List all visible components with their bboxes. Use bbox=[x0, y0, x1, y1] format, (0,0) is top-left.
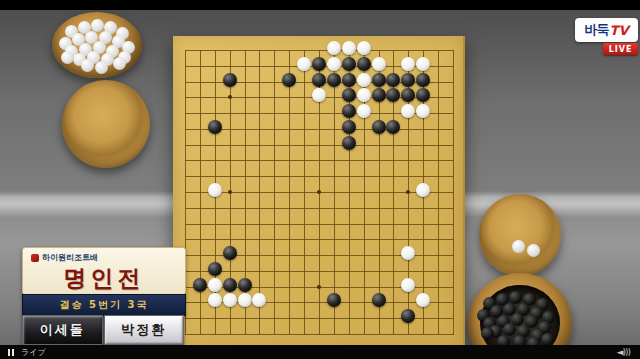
grid-line bbox=[185, 208, 454, 209]
grid-line bbox=[438, 50, 439, 335]
player-right-nameplate: 박정환 bbox=[104, 315, 185, 345]
white-stone bbox=[327, 57, 341, 71]
grid-line bbox=[334, 50, 335, 335]
channel-logo-tv: TV bbox=[610, 23, 629, 38]
video-surface[interactable]: 바둑TV LIVE 하이원리조트배 명인전 결승 5번기 3국 이세돌 박정환 bbox=[0, 10, 640, 345]
white-stone bbox=[357, 104, 371, 118]
black-stone-in-bowl bbox=[527, 337, 540, 345]
white-stone bbox=[357, 41, 371, 55]
channel-logo-korean: 바둑 bbox=[585, 21, 609, 39]
volume-icon[interactable]: ◄))) bbox=[617, 347, 630, 357]
white-stone-in-bowl bbox=[527, 244, 540, 257]
black-stone bbox=[416, 88, 430, 102]
white-stone-in-bowl bbox=[95, 61, 108, 74]
right-bowl-lid bbox=[479, 194, 561, 276]
black-stone bbox=[327, 73, 341, 87]
black-stone bbox=[357, 57, 371, 71]
round-info: 결승 5번기 3국 bbox=[22, 294, 186, 316]
white-stone bbox=[297, 57, 311, 71]
black-stone bbox=[223, 246, 237, 260]
black-stone-in-bowl bbox=[481, 327, 494, 340]
black-stone bbox=[312, 73, 326, 87]
tournament-title: 명인전 bbox=[23, 263, 185, 294]
white-stone bbox=[208, 183, 222, 197]
go-board bbox=[173, 36, 465, 345]
black-stone bbox=[342, 57, 356, 71]
black-stone bbox=[327, 293, 341, 307]
star-point bbox=[406, 190, 410, 194]
black-stone bbox=[386, 73, 400, 87]
black-stone bbox=[312, 57, 326, 71]
black-stone bbox=[238, 278, 252, 292]
video-player-bar: ライブ ◄))) bbox=[0, 345, 640, 359]
black-stone bbox=[223, 73, 237, 87]
player-nameplates: 이세돌 박정환 bbox=[22, 315, 184, 345]
black-stone bbox=[401, 73, 415, 87]
left-bowl-lid bbox=[62, 80, 150, 168]
black-stone bbox=[372, 120, 386, 134]
star-point bbox=[228, 190, 232, 194]
white-stone-in-bowl bbox=[113, 57, 126, 70]
white-stone bbox=[208, 293, 222, 307]
grid-line bbox=[185, 334, 454, 335]
grid-line bbox=[185, 239, 454, 240]
white-stone bbox=[327, 41, 341, 55]
black-stone bbox=[401, 309, 415, 323]
black-stone-in-bowl bbox=[509, 291, 522, 304]
live-status-text: ライブ bbox=[21, 347, 46, 358]
white-stone bbox=[208, 278, 222, 292]
white-stone bbox=[252, 293, 266, 307]
white-stone bbox=[223, 293, 237, 307]
white-stone bbox=[401, 246, 415, 260]
white-stone-in-bowl bbox=[91, 19, 104, 32]
black-stone bbox=[386, 88, 400, 102]
black-stone bbox=[223, 278, 237, 292]
white-stone bbox=[401, 57, 415, 71]
black-stone bbox=[401, 88, 415, 102]
white-stone bbox=[401, 278, 415, 292]
white-stone bbox=[357, 88, 371, 102]
black-stone bbox=[342, 136, 356, 150]
star-point bbox=[228, 95, 232, 99]
black-stone bbox=[372, 73, 386, 87]
white-stone-in-bowl bbox=[81, 59, 94, 72]
black-stone bbox=[386, 120, 400, 134]
black-stone bbox=[416, 73, 430, 87]
black-stone-in-bowl bbox=[503, 323, 516, 336]
white-stone bbox=[357, 73, 371, 87]
white-stone bbox=[416, 293, 430, 307]
white-stone bbox=[416, 57, 430, 71]
white-stone bbox=[401, 104, 415, 118]
grid-line bbox=[185, 271, 454, 272]
broadcast-frame: 바둑TV LIVE 하이원리조트배 명인전 결승 5번기 3국 이세돌 박정환 … bbox=[0, 0, 640, 359]
black-stone bbox=[372, 88, 386, 102]
white-stone bbox=[342, 41, 356, 55]
black-stone bbox=[372, 293, 386, 307]
white-stone-in-bowl bbox=[512, 240, 525, 253]
star-point bbox=[317, 190, 321, 194]
white-stone-bowl bbox=[52, 12, 142, 78]
white-stone bbox=[416, 183, 430, 197]
sponsor-logo-icon bbox=[31, 254, 39, 262]
sponsor-name: 하이원리조트배 bbox=[42, 252, 98, 263]
white-stone bbox=[372, 57, 386, 71]
white-stone bbox=[312, 88, 326, 102]
star-point bbox=[317, 285, 321, 289]
black-stone-bowl bbox=[468, 273, 572, 345]
black-stone bbox=[208, 120, 222, 134]
black-stone bbox=[342, 73, 356, 87]
pause-button[interactable] bbox=[8, 349, 14, 356]
tournament-banner: 하이원리조트배 명인전 bbox=[22, 247, 186, 295]
black-stone bbox=[193, 278, 207, 292]
black-stone-in-bowl bbox=[513, 335, 526, 345]
black-stone bbox=[342, 88, 356, 102]
grid-line bbox=[185, 224, 454, 225]
grid-line bbox=[453, 50, 454, 335]
white-stone bbox=[416, 104, 430, 118]
white-stone-in-bowl bbox=[61, 51, 74, 64]
black-stone bbox=[342, 104, 356, 118]
white-stone bbox=[238, 293, 252, 307]
black-stone-in-bowl bbox=[497, 335, 510, 345]
player-left-nameplate: 이세돌 bbox=[22, 315, 103, 345]
black-stone bbox=[342, 120, 356, 134]
black-stone-in-bowl bbox=[541, 333, 554, 345]
black-stone bbox=[208, 262, 222, 276]
black-stone bbox=[282, 73, 296, 87]
channel-logo: 바둑TV bbox=[575, 18, 638, 42]
live-badge: LIVE bbox=[603, 43, 638, 55]
